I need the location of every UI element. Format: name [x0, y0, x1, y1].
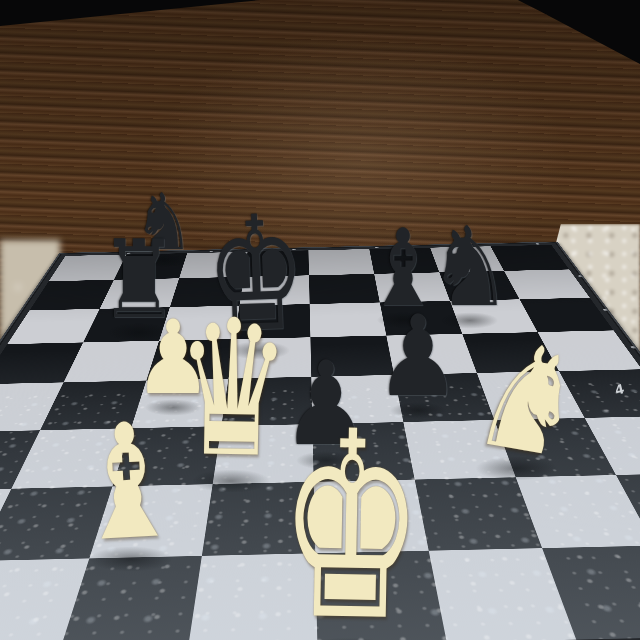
chess-photo-scene: ♞♝♞♜♚♟♟♟♞♛♝♚ 4 — [0, 0, 640, 640]
frame-rivet — [578, 275, 583, 277]
frame-rivet — [602, 309, 608, 311]
piece-white-queen-d3[interactable]: ♛ — [174, 294, 292, 484]
frame-rivet — [535, 243, 540, 244]
square-h7[interactable] — [504, 269, 590, 299]
piece-white-bishop-c2[interactable]: ♝ — [69, 400, 185, 563]
piece-white-king-e1[interactable]: ♚ — [277, 397, 425, 640]
frame-rivet — [630, 346, 637, 348]
